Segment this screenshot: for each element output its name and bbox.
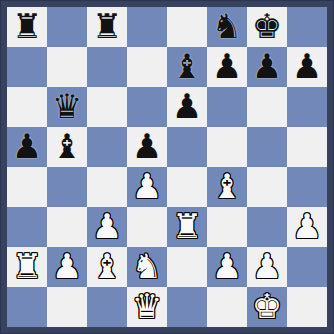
piece-black-pawn[interactable]: ♟	[252, 47, 282, 86]
piece-white-pawn[interactable]: ♟	[132, 167, 162, 206]
square-g5[interactable]	[247, 127, 287, 167]
square-h3[interactable]: ♟	[287, 207, 327, 247]
square-a6[interactable]	[7, 87, 47, 127]
square-e3[interactable]: ♜	[167, 207, 207, 247]
piece-white-pawn[interactable]: ♟	[212, 247, 242, 286]
square-e4[interactable]	[167, 167, 207, 207]
piece-white-queen[interactable]: ♛	[132, 287, 162, 326]
piece-white-rook[interactable]: ♜	[172, 207, 202, 246]
square-e2[interactable]	[167, 247, 207, 287]
square-f7[interactable]: ♟	[207, 47, 247, 87]
square-h5[interactable]	[287, 127, 327, 167]
piece-black-knight[interactable]: ♞	[212, 7, 242, 46]
square-c7[interactable]	[87, 47, 127, 87]
piece-black-rook[interactable]: ♜	[12, 7, 42, 46]
square-f5[interactable]	[207, 127, 247, 167]
square-d1[interactable]: ♛	[127, 287, 167, 327]
piece-black-bishop[interactable]: ♝	[172, 47, 202, 86]
square-c3[interactable]: ♟	[87, 207, 127, 247]
square-f4[interactable]: ♝	[207, 167, 247, 207]
square-h7[interactable]: ♟	[287, 47, 327, 87]
square-e1[interactable]	[167, 287, 207, 327]
square-a8[interactable]: ♜	[7, 7, 47, 47]
square-h4[interactable]	[287, 167, 327, 207]
square-a7[interactable]	[7, 47, 47, 87]
square-d3[interactable]	[127, 207, 167, 247]
square-c1[interactable]	[87, 287, 127, 327]
square-b3[interactable]	[47, 207, 87, 247]
piece-black-queen[interactable]: ♛	[52, 87, 82, 126]
square-c8[interactable]: ♜	[87, 7, 127, 47]
chess-board: ♜♜♞♚♝♟♟♟♛♟♟♝♟♟♝♟♜♟♜♟♝♞♟♟♛♚	[7, 7, 327, 327]
square-d4[interactable]: ♟	[127, 167, 167, 207]
piece-white-rook[interactable]: ♜	[12, 247, 42, 286]
square-e6[interactable]: ♟	[167, 87, 207, 127]
square-c6[interactable]	[87, 87, 127, 127]
square-d7[interactable]	[127, 47, 167, 87]
square-c5[interactable]	[87, 127, 127, 167]
square-f3[interactable]	[207, 207, 247, 247]
square-g3[interactable]	[247, 207, 287, 247]
square-b8[interactable]	[47, 7, 87, 47]
square-b1[interactable]	[47, 287, 87, 327]
square-e8[interactable]	[167, 7, 207, 47]
square-h6[interactable]	[287, 87, 327, 127]
square-d6[interactable]	[127, 87, 167, 127]
square-a5[interactable]: ♟	[7, 127, 47, 167]
square-d2[interactable]: ♞	[127, 247, 167, 287]
square-d5[interactable]: ♟	[127, 127, 167, 167]
piece-black-pawn[interactable]: ♟	[12, 127, 42, 166]
square-a4[interactable]	[7, 167, 47, 207]
piece-black-pawn[interactable]: ♟	[292, 47, 322, 86]
piece-white-bishop[interactable]: ♝	[212, 167, 242, 206]
square-d8[interactable]	[127, 7, 167, 47]
square-c4[interactable]	[87, 167, 127, 207]
piece-white-pawn[interactable]: ♟	[292, 207, 322, 246]
piece-black-king[interactable]: ♚	[252, 7, 282, 46]
piece-white-bishop[interactable]: ♝	[92, 247, 122, 286]
square-h2[interactable]	[287, 247, 327, 287]
square-f2[interactable]: ♟	[207, 247, 247, 287]
square-a1[interactable]	[7, 287, 47, 327]
square-g2[interactable]: ♟	[247, 247, 287, 287]
piece-white-pawn[interactable]: ♟	[252, 247, 282, 286]
piece-black-pawn[interactable]: ♟	[132, 127, 162, 166]
square-h1[interactable]	[287, 287, 327, 327]
square-e7[interactable]: ♝	[167, 47, 207, 87]
piece-white-pawn[interactable]: ♟	[52, 247, 82, 286]
square-c2[interactable]: ♝	[87, 247, 127, 287]
square-g1[interactable]: ♚	[247, 287, 287, 327]
board-frame: ♜♜♞♚♝♟♟♟♛♟♟♝♟♟♝♟♜♟♜♟♝♞♟♟♛♚	[0, 0, 334, 334]
piece-white-pawn[interactable]: ♟	[92, 207, 122, 246]
square-f6[interactable]	[207, 87, 247, 127]
square-b6[interactable]: ♛	[47, 87, 87, 127]
square-b2[interactable]: ♟	[47, 247, 87, 287]
piece-black-pawn[interactable]: ♟	[172, 87, 202, 126]
square-g8[interactable]: ♚	[247, 7, 287, 47]
square-a2[interactable]: ♜	[7, 247, 47, 287]
piece-white-king[interactable]: ♚	[252, 287, 282, 326]
square-b7[interactable]	[47, 47, 87, 87]
square-a3[interactable]	[7, 207, 47, 247]
piece-black-rook[interactable]: ♜	[92, 7, 122, 46]
square-h8[interactable]	[287, 7, 327, 47]
square-f1[interactable]	[207, 287, 247, 327]
square-b5[interactable]: ♝	[47, 127, 87, 167]
piece-black-bishop[interactable]: ♝	[52, 127, 82, 166]
square-g7[interactable]: ♟	[247, 47, 287, 87]
piece-white-knight[interactable]: ♞	[132, 247, 162, 286]
square-f8[interactable]: ♞	[207, 7, 247, 47]
square-g4[interactable]	[247, 167, 287, 207]
square-g6[interactable]	[247, 87, 287, 127]
piece-black-pawn[interactable]: ♟	[212, 47, 242, 86]
square-e5[interactable]	[167, 127, 207, 167]
square-b4[interactable]	[47, 167, 87, 207]
